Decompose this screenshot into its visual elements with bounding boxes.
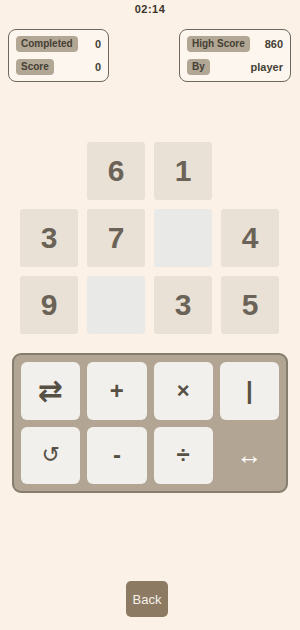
back-button-label: Back <box>133 592 162 607</box>
completed-value: 0 <box>95 38 101 50</box>
completed-row: Completed 0 <box>16 36 101 52</box>
expand-key[interactable]: ↔ <box>220 427 279 485</box>
number-tile[interactable]: 1 <box>154 142 212 200</box>
empty-slot[interactable] <box>87 276 145 334</box>
stats-panel-left: Completed 0 Score 0 <box>8 29 109 82</box>
number-tile[interactable]: 5 <box>221 276 279 334</box>
minus-icon: - <box>113 443 121 467</box>
multiply-icon: × <box>177 380 190 402</box>
high-score-row: High Score 860 <box>187 36 283 52</box>
swap-key[interactable]: ⇄ <box>21 362 80 420</box>
multiply-key[interactable]: × <box>154 362 213 420</box>
number-tile[interactable]: 9 <box>20 276 78 334</box>
puzzle-grid: 61374935 <box>20 142 279 334</box>
number-tile[interactable]: 4 <box>221 209 279 267</box>
by-label: By <box>187 59 210 75</box>
add-key[interactable]: + <box>87 362 146 420</box>
empty-slot[interactable] <box>154 209 212 267</box>
score-label: Score <box>16 59 54 75</box>
high-score-label: High Score <box>187 36 250 52</box>
grid-gap <box>221 142 279 200</box>
high-score-value: 860 <box>265 38 283 50</box>
by-value: player <box>251 61 283 73</box>
by-row: By player <box>187 59 283 75</box>
stats-panel-right: High Score 860 By player <box>179 29 291 82</box>
rotate-icon: ↺ <box>41 444 59 466</box>
bar-key[interactable]: | <box>220 362 279 420</box>
operator-keypad: ⇄+×|↺-÷↔ <box>12 353 288 493</box>
score-row: Score 0 <box>16 59 101 75</box>
divide-key[interactable]: ÷ <box>154 427 213 485</box>
timer: 02:14 <box>0 3 300 15</box>
number-tile[interactable]: 6 <box>87 142 145 200</box>
left-right-arrow-icon: ↔ <box>236 442 262 468</box>
back-button[interactable]: Back <box>126 581 168 617</box>
swap-arrows-icon: ⇄ <box>38 376 63 406</box>
divide-icon: ÷ <box>177 443 190 467</box>
subtract-key[interactable]: - <box>87 427 146 485</box>
undo-key[interactable]: ↺ <box>21 427 80 485</box>
completed-label: Completed <box>16 36 78 52</box>
number-tile[interactable]: 3 <box>154 276 212 334</box>
grid-gap <box>20 142 78 200</box>
game-screen: 02:14 Completed 0 Score 0 High Score 860… <box>0 0 300 630</box>
score-value: 0 <box>95 61 101 73</box>
number-tile[interactable]: 3 <box>20 209 78 267</box>
number-tile[interactable]: 7 <box>87 209 145 267</box>
vertical-bar-icon: | <box>246 379 253 403</box>
plus-icon: + <box>110 379 124 403</box>
